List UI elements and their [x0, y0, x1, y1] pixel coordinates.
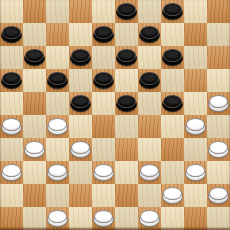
- white-man[interactable]: [94, 210, 113, 223]
- black-man[interactable]: [117, 95, 136, 108]
- light-square: [92, 138, 115, 161]
- light-square: [69, 115, 92, 138]
- square-7[interactable]: [46, 23, 69, 46]
- light-square: [115, 23, 138, 46]
- light-square: [0, 184, 23, 207]
- light-square: [46, 46, 69, 69]
- black-man[interactable]: [94, 72, 113, 85]
- square-2[interactable]: [69, 0, 92, 23]
- square-24[interactable]: [161, 92, 184, 115]
- light-square: [138, 92, 161, 115]
- square-27[interactable]: [46, 115, 69, 138]
- white-man[interactable]: [48, 118, 67, 131]
- light-square: [92, 46, 115, 69]
- black-man[interactable]: [163, 49, 182, 62]
- light-square: [161, 23, 184, 46]
- square-15[interactable]: [207, 46, 230, 69]
- light-square: [92, 0, 115, 23]
- light-square: [46, 184, 69, 207]
- square-35[interactable]: [207, 138, 230, 161]
- white-man[interactable]: [94, 164, 113, 177]
- light-square: [161, 69, 184, 92]
- square-41[interactable]: [23, 184, 46, 207]
- square-39[interactable]: [138, 161, 161, 184]
- black-man[interactable]: [163, 95, 182, 108]
- square-5[interactable]: [207, 0, 230, 23]
- black-man[interactable]: [117, 49, 136, 62]
- square-29[interactable]: [138, 115, 161, 138]
- light-square: [115, 115, 138, 138]
- square-25[interactable]: [207, 92, 230, 115]
- square-30[interactable]: [184, 115, 207, 138]
- light-square: [184, 138, 207, 161]
- square-37[interactable]: [46, 161, 69, 184]
- white-man[interactable]: [186, 164, 205, 177]
- light-square: [115, 69, 138, 92]
- light-square: [69, 207, 92, 230]
- square-40[interactable]: [184, 161, 207, 184]
- light-square: [184, 92, 207, 115]
- black-man[interactable]: [117, 3, 136, 16]
- light-square: [138, 0, 161, 23]
- light-square: [23, 115, 46, 138]
- square-43[interactable]: [115, 184, 138, 207]
- light-square: [207, 161, 230, 184]
- light-square: [23, 23, 46, 46]
- black-man[interactable]: [48, 72, 67, 85]
- square-1[interactable]: [23, 0, 46, 23]
- square-23[interactable]: [115, 92, 138, 115]
- square-48[interactable]: [92, 207, 115, 230]
- white-man[interactable]: [209, 187, 228, 200]
- light-square: [46, 0, 69, 23]
- light-square: [184, 184, 207, 207]
- light-square: [207, 23, 230, 46]
- white-man[interactable]: [186, 118, 205, 131]
- square-11[interactable]: [23, 46, 46, 69]
- white-man[interactable]: [25, 141, 44, 154]
- square-44[interactable]: [161, 184, 184, 207]
- square-12[interactable]: [69, 46, 92, 69]
- square-47[interactable]: [46, 207, 69, 230]
- white-man[interactable]: [48, 164, 67, 177]
- square-50[interactable]: [184, 207, 207, 230]
- square-28[interactable]: [92, 115, 115, 138]
- light-square: [23, 161, 46, 184]
- board: [0, 0, 230, 230]
- square-17[interactable]: [46, 69, 69, 92]
- black-man[interactable]: [140, 26, 159, 39]
- light-square: [138, 184, 161, 207]
- light-square: [69, 161, 92, 184]
- light-square: [0, 46, 23, 69]
- light-square: [92, 184, 115, 207]
- square-32[interactable]: [69, 138, 92, 161]
- light-square: [161, 161, 184, 184]
- square-6[interactable]: [0, 23, 23, 46]
- square-3[interactable]: [115, 0, 138, 23]
- square-18[interactable]: [92, 69, 115, 92]
- light-square: [207, 115, 230, 138]
- black-man[interactable]: [25, 49, 44, 62]
- square-38[interactable]: [92, 161, 115, 184]
- white-man[interactable]: [48, 210, 67, 223]
- light-square: [69, 69, 92, 92]
- light-square: [161, 207, 184, 230]
- black-man[interactable]: [94, 26, 113, 39]
- light-square: [0, 138, 23, 161]
- light-square: [207, 69, 230, 92]
- square-4[interactable]: [161, 0, 184, 23]
- light-square: [161, 115, 184, 138]
- white-man[interactable]: [2, 118, 21, 131]
- light-square: [115, 161, 138, 184]
- square-21[interactable]: [23, 92, 46, 115]
- square-26[interactable]: [0, 115, 23, 138]
- square-42[interactable]: [69, 184, 92, 207]
- square-36[interactable]: [0, 161, 23, 184]
- square-10[interactable]: [184, 23, 207, 46]
- light-square: [69, 23, 92, 46]
- black-man[interactable]: [2, 26, 21, 39]
- square-34[interactable]: [161, 138, 184, 161]
- black-man[interactable]: [140, 72, 159, 85]
- square-22[interactable]: [69, 92, 92, 115]
- black-man[interactable]: [2, 72, 21, 85]
- square-20[interactable]: [184, 69, 207, 92]
- white-man[interactable]: [71, 141, 90, 154]
- square-49[interactable]: [138, 207, 161, 230]
- white-man[interactable]: [140, 164, 159, 177]
- white-man[interactable]: [163, 187, 182, 200]
- light-square: [184, 46, 207, 69]
- light-square: [92, 92, 115, 115]
- square-31[interactable]: [23, 138, 46, 161]
- light-square: [138, 138, 161, 161]
- light-square: [138, 46, 161, 69]
- light-square: [115, 207, 138, 230]
- square-13[interactable]: [115, 46, 138, 69]
- white-man[interactable]: [209, 95, 228, 108]
- square-16[interactable]: [0, 69, 23, 92]
- white-man[interactable]: [209, 141, 228, 154]
- light-square: [184, 0, 207, 23]
- white-man[interactable]: [2, 164, 21, 177]
- black-man[interactable]: [71, 49, 90, 62]
- white-man[interactable]: [140, 210, 159, 223]
- light-square: [46, 138, 69, 161]
- square-19[interactable]: [138, 69, 161, 92]
- light-square: [46, 92, 69, 115]
- light-square: [0, 0, 23, 23]
- light-square: [207, 207, 230, 230]
- square-9[interactable]: [138, 23, 161, 46]
- square-14[interactable]: [161, 46, 184, 69]
- light-square: [23, 69, 46, 92]
- light-square: [23, 207, 46, 230]
- square-33[interactable]: [115, 138, 138, 161]
- black-man[interactable]: [71, 95, 90, 108]
- square-45[interactable]: [207, 184, 230, 207]
- square-8[interactable]: [92, 23, 115, 46]
- square-46[interactable]: [0, 207, 23, 230]
- light-square: [0, 92, 23, 115]
- black-man[interactable]: [163, 3, 182, 16]
